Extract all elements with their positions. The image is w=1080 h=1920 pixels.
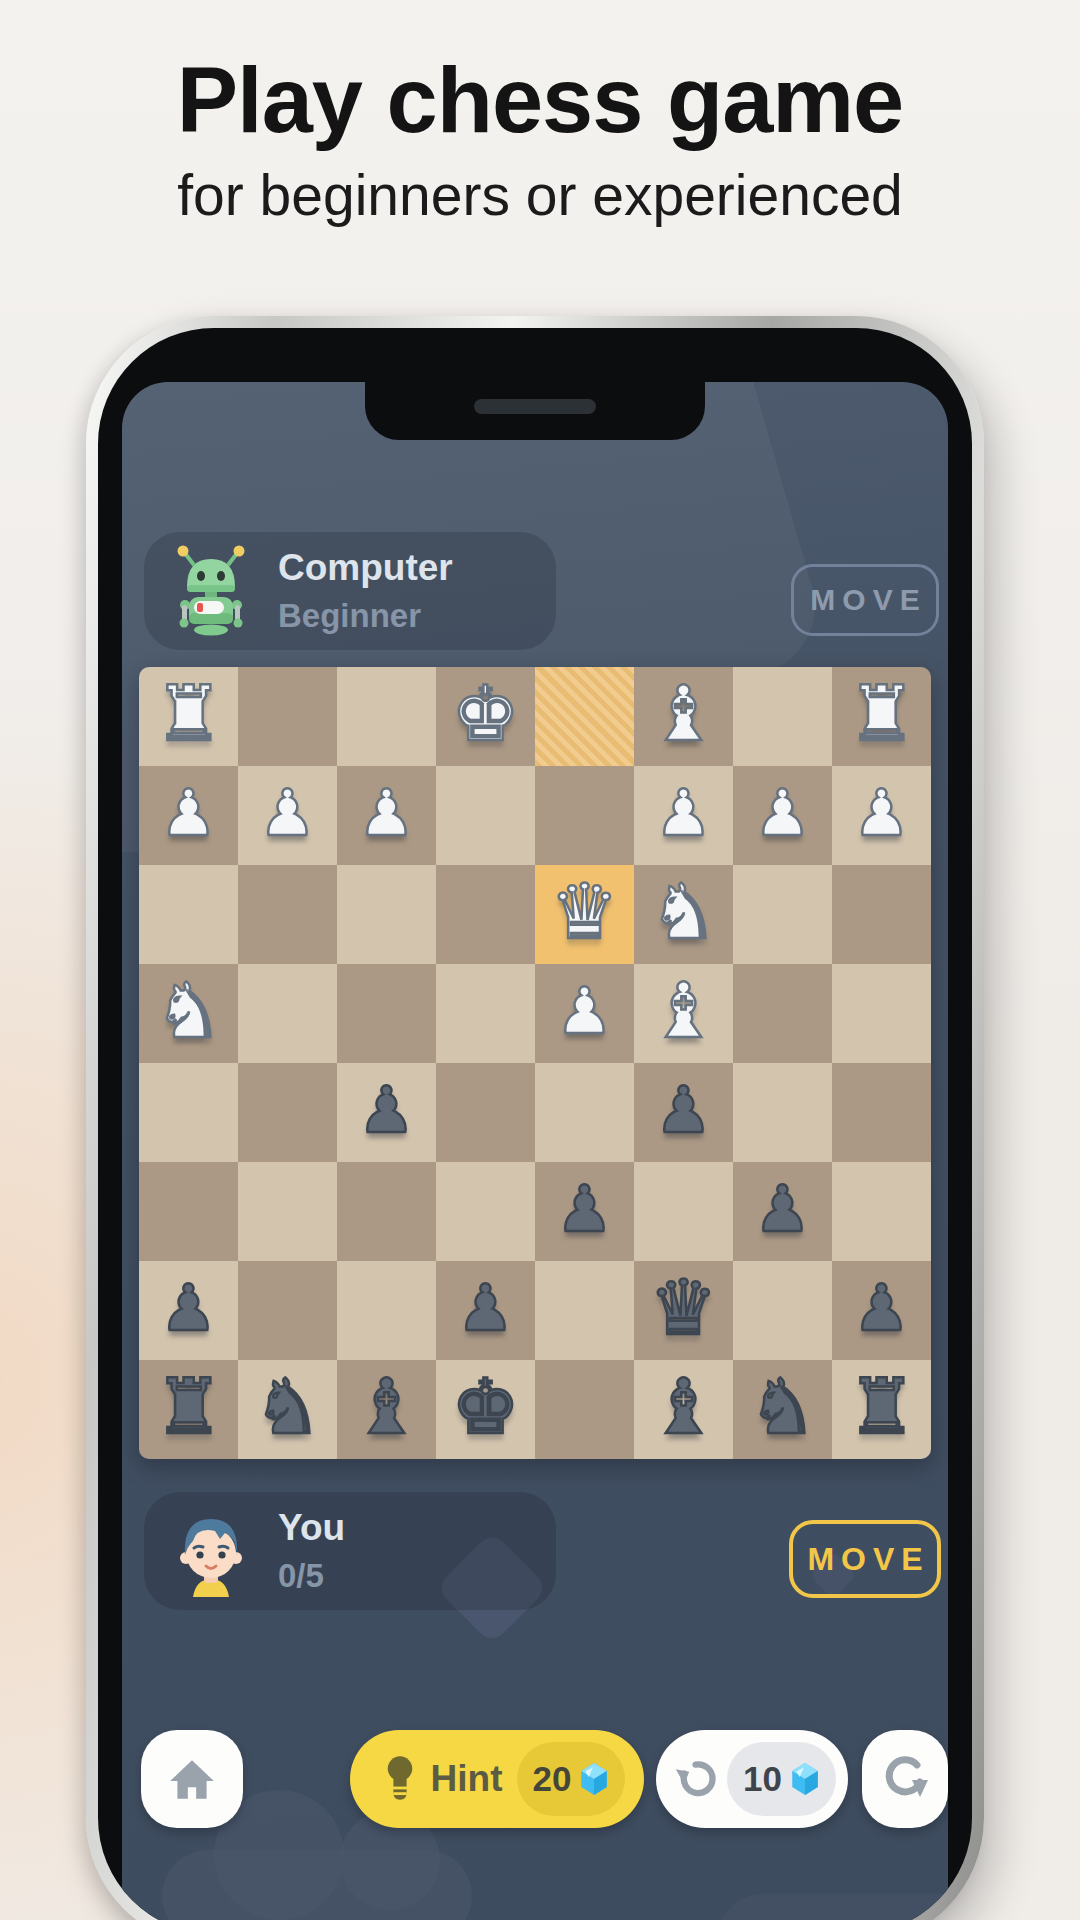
board-square-f1[interactable]: [337, 667, 436, 766]
board-square-h8[interactable]: ♜: [139, 1360, 238, 1459]
chess-piece-wR[interactable]: ♜: [847, 676, 915, 752]
board-square-g1[interactable]: [238, 667, 337, 766]
board-square-e2[interactable]: [436, 766, 535, 865]
chess-piece-bR[interactable]: ♜: [847, 1369, 915, 1445]
board-square-g4[interactable]: [238, 964, 337, 1063]
board-square-e5[interactable]: [436, 1063, 535, 1162]
undo-icon: [674, 1755, 717, 1803]
board-square-e7[interactable]: ♟: [436, 1261, 535, 1360]
chess-piece-bB[interactable]: ♝: [649, 1369, 717, 1445]
board-square-c1[interactable]: ♝: [634, 667, 733, 766]
board-square-h7[interactable]: ♟: [139, 1261, 238, 1360]
board-square-b1[interactable]: [733, 667, 832, 766]
hint-label: Hint: [431, 1758, 503, 1800]
chess-piece-bK[interactable]: ♚: [451, 1369, 519, 1445]
board-square-b2[interactable]: ♟: [733, 766, 832, 865]
gem-icon: [790, 1762, 820, 1796]
boy-icon: [163, 1503, 259, 1599]
board-square-a2[interactable]: ♟: [832, 766, 931, 865]
chess-piece-wP[interactable]: ♟: [754, 781, 811, 845]
board-square-b8[interactable]: ♞: [733, 1360, 832, 1459]
undo-button[interactable]: 10: [656, 1730, 848, 1828]
board-square-b7[interactable]: [733, 1261, 832, 1360]
chess-piece-wP[interactable]: ♟: [160, 781, 217, 845]
chess-piece-bP[interactable]: ♟: [853, 1276, 910, 1340]
board-square-h5[interactable]: [139, 1063, 238, 1162]
phone-speaker: [474, 399, 596, 414]
chess-piece-wP[interactable]: ♟: [358, 781, 415, 845]
board-square-g2[interactable]: ♟: [238, 766, 337, 865]
board-square-a7[interactable]: ♟: [832, 1261, 931, 1360]
chess-piece-wP[interactable]: ♟: [259, 781, 316, 845]
chess-piece-wR[interactable]: ♜: [154, 676, 222, 752]
app-screen: Computer Beginner MOVE ♜♚♝♜♟♟♟♟♟♟♛♞♞♟♝♟♟…: [122, 382, 948, 1920]
chess-piece-bP[interactable]: ♟: [754, 1177, 811, 1241]
board-square-c5[interactable]: ♟: [634, 1063, 733, 1162]
chess-piece-bP[interactable]: ♟: [655, 1078, 712, 1142]
robot-icon: [163, 543, 259, 639]
player-card: You 0/5: [144, 1492, 556, 1610]
board-square-h6[interactable]: [139, 1162, 238, 1261]
board-square-c2[interactable]: ♟: [634, 766, 733, 865]
opponent-name: Computer: [278, 547, 453, 589]
chess-piece-bP[interactable]: ♟: [556, 1177, 613, 1241]
board-square-c4[interactable]: ♝: [634, 964, 733, 1063]
marketing-screenshot: Play chess game for beginners or experie…: [0, 0, 1080, 1920]
phone-notch: [365, 382, 705, 440]
chess-piece-wB[interactable]: ♝: [649, 973, 717, 1049]
board-square-a5[interactable]: [832, 1063, 931, 1162]
board-square-f2[interactable]: ♟: [337, 766, 436, 865]
chess-piece-wP[interactable]: ♟: [655, 781, 712, 845]
player-score: 0/5: [278, 1557, 345, 1595]
player-move-button[interactable]: MOVE: [789, 1520, 941, 1598]
chess-piece-wB[interactable]: ♝: [649, 676, 717, 752]
board-square-d5[interactable]: [535, 1063, 634, 1162]
board-square-c8[interactable]: ♝: [634, 1360, 733, 1459]
board-square-g7[interactable]: [238, 1261, 337, 1360]
board-square-g3[interactable]: [238, 865, 337, 964]
board-square-c7[interactable]: ♛: [634, 1261, 733, 1360]
board-square-e8[interactable]: ♚: [436, 1360, 535, 1459]
board-square-f6[interactable]: [337, 1162, 436, 1261]
board-square-g6[interactable]: [238, 1162, 337, 1261]
chess-piece-bN[interactable]: ♞: [253, 1369, 321, 1445]
hint-cost: 20: [533, 1759, 572, 1799]
board-square-d3[interactable]: ♛: [535, 865, 634, 964]
board-square-h1[interactable]: ♜: [139, 667, 238, 766]
cloud-decoration: [718, 1894, 948, 1920]
lightbulb-icon: [383, 1754, 417, 1804]
board-square-e4[interactable]: [436, 964, 535, 1063]
undo-cost-pill: 10: [727, 1742, 836, 1816]
board-square-g5[interactable]: [238, 1063, 337, 1162]
chess-piece-bP[interactable]: ♟: [358, 1078, 415, 1142]
board-square-f5[interactable]: ♟: [337, 1063, 436, 1162]
board-square-e1[interactable]: ♚: [436, 667, 535, 766]
board-square-f7[interactable]: [337, 1261, 436, 1360]
board-square-f3[interactable]: [337, 865, 436, 964]
opponent-level: Beginner: [278, 597, 453, 635]
redo-icon: [881, 1755, 929, 1803]
board-square-c3[interactable]: ♞: [634, 865, 733, 964]
opponent-card: Computer Beginner: [144, 532, 556, 650]
chess-piece-wQ[interactable]: ♛: [550, 874, 618, 950]
board-square-h3[interactable]: [139, 865, 238, 964]
robot-avatar: [162, 542, 260, 640]
hint-button[interactable]: Hint 20: [350, 1730, 644, 1828]
board-square-d8[interactable]: [535, 1360, 634, 1459]
player-name: You: [278, 1507, 345, 1549]
undo-cost: 10: [743, 1759, 782, 1799]
board-square-b3[interactable]: [733, 865, 832, 964]
board-square-d7[interactable]: [535, 1261, 634, 1360]
board-square-e3[interactable]: [436, 865, 535, 964]
board-square-f4[interactable]: [337, 964, 436, 1063]
boy-avatar: [162, 1502, 260, 1600]
board-square-h4[interactable]: ♞: [139, 964, 238, 1063]
redo-button[interactable]: [862, 1730, 948, 1828]
chess-piece-bR[interactable]: ♜: [154, 1369, 222, 1445]
board-square-b4[interactable]: [733, 964, 832, 1063]
page-subtitle: for beginners or experienced: [0, 162, 1080, 228]
board-square-h2[interactable]: ♟: [139, 766, 238, 865]
hint-cost-pill: 20: [517, 1742, 626, 1816]
chess-piece-wN[interactable]: ♞: [154, 973, 222, 1049]
bottom-toolbar: Hint 20: [122, 1730, 948, 1828]
chess-piece-wK[interactable]: ♚: [451, 676, 519, 752]
chess-piece-bQ[interactable]: ♛: [649, 1270, 717, 1346]
board-square-c6[interactable]: [634, 1162, 733, 1261]
opponent-move-button[interactable]: MOVE: [791, 564, 939, 636]
board-square-b5[interactable]: [733, 1063, 832, 1162]
gem-icon: [579, 1762, 609, 1796]
phone-mockup: Computer Beginner MOVE ♜♚♝♜♟♟♟♟♟♟♛♞♞♟♝♟♟…: [86, 316, 984, 1920]
board-square-f8[interactable]: ♝: [337, 1360, 436, 1459]
chess-piece-bN[interactable]: ♞: [748, 1369, 816, 1445]
board-square-d4[interactable]: ♟: [535, 964, 634, 1063]
board-square-a4[interactable]: [832, 964, 931, 1063]
board-square-g8[interactable]: ♞: [238, 1360, 337, 1459]
board-square-d6[interactable]: ♟: [535, 1162, 634, 1261]
chess-board: ♜♚♝♜♟♟♟♟♟♟♛♞♞♟♝♟♟♟♟♟♟♛♟♜♞♝♚♝♞♜: [139, 667, 931, 1459]
page-title: Play chess game: [0, 48, 1080, 153]
chess-piece-wN[interactable]: ♞: [649, 874, 717, 950]
board-square-d2[interactable]: [535, 766, 634, 865]
board-square-b6[interactable]: ♟: [733, 1162, 832, 1261]
board-square-a1[interactable]: ♜: [832, 667, 931, 766]
chess-piece-bB[interactable]: ♝: [352, 1369, 420, 1445]
home-icon: [167, 1754, 217, 1804]
board-square-a3[interactable]: [832, 865, 931, 964]
board-square-a8[interactable]: ♜: [832, 1360, 931, 1459]
board-square-a6[interactable]: [832, 1162, 931, 1261]
chess-piece-bP[interactable]: ♟: [160, 1276, 217, 1340]
chess-piece-wP[interactable]: ♟: [853, 781, 910, 845]
board-square-d1[interactable]: [535, 667, 634, 766]
phone-bezel: Computer Beginner MOVE ♜♚♝♜♟♟♟♟♟♟♛♞♞♟♝♟♟…: [98, 328, 972, 1920]
chess-piece-wP[interactable]: ♟: [556, 979, 613, 1043]
chess-piece-bP[interactable]: ♟: [457, 1276, 514, 1340]
board-square-e6[interactable]: [436, 1162, 535, 1261]
home-button[interactable]: [141, 1730, 243, 1828]
